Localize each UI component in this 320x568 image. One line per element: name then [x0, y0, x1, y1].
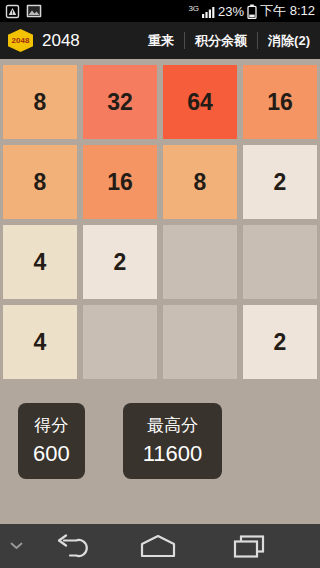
action-bar: 2048 2048 重来 积分余额 消除(2): [0, 22, 320, 59]
empty-cell: [163, 225, 237, 299]
network-type-label: 3G: [188, 4, 199, 13]
home-icon[interactable]: [139, 534, 177, 558]
screenshot-notification-icon: [26, 4, 42, 18]
action-bar-menu: 重来 积分余额 消除(2): [146, 32, 312, 50]
battery-percent-label: 23%: [218, 4, 244, 19]
tile-2: 2: [243, 305, 317, 379]
tile-2: 2: [83, 225, 157, 299]
game-area: 8326416816824242 得分 600 最高分 11600: [0, 59, 320, 524]
app-logo-text: 2048: [12, 36, 30, 45]
tile-4: 4: [3, 305, 77, 379]
menu-item-eliminate[interactable]: 消除(2): [266, 32, 312, 50]
menu-divider: [257, 32, 258, 49]
tile-16: 16: [83, 145, 157, 219]
phone-screen: 3G 23% 下午 8:12 2048: [0, 0, 320, 568]
score-label: 得分: [33, 413, 70, 439]
tile-8: 8: [3, 65, 77, 139]
empty-cell: [243, 225, 317, 299]
app-logo-hexagon-icon: 2048: [8, 29, 33, 52]
menu-item-restart[interactable]: 重来: [146, 32, 176, 50]
tile-8: 8: [3, 145, 77, 219]
chevron-down-icon[interactable]: [10, 542, 23, 550]
app-title: 2048: [42, 31, 80, 51]
battery-icon: [247, 4, 257, 19]
signal-strength-icon: [202, 5, 215, 18]
board-grid[interactable]: 8326416816824242: [0, 59, 320, 379]
menu-item-points-balance[interactable]: 积分余额: [193, 32, 249, 50]
warning-notification-icon: [5, 4, 20, 19]
clock-label: 下午 8:12: [260, 2, 315, 20]
recents-icon[interactable]: [232, 534, 266, 558]
best-score-value: 11600: [143, 439, 203, 469]
tile-64: 64: [163, 65, 237, 139]
tile-32: 32: [83, 65, 157, 139]
tile-4: 4: [3, 225, 77, 299]
score-box: 得分 600: [18, 403, 85, 479]
tile-8: 8: [163, 145, 237, 219]
empty-cell: [83, 305, 157, 379]
status-bar: 3G 23% 下午 8:12: [0, 0, 320, 22]
empty-cell: [163, 305, 237, 379]
back-icon[interactable]: [55, 534, 89, 558]
best-score-label: 最高分: [143, 413, 203, 439]
tile-16: 16: [243, 65, 317, 139]
tile-2: 2: [243, 145, 317, 219]
menu-divider: [184, 32, 185, 49]
status-left-icons: [5, 4, 42, 19]
score-panel: 得分 600 最高分 11600: [18, 403, 320, 479]
navigation-bar: [0, 524, 320, 568]
score-value: 600: [33, 439, 70, 469]
best-score-box: 最高分 11600: [123, 403, 223, 479]
